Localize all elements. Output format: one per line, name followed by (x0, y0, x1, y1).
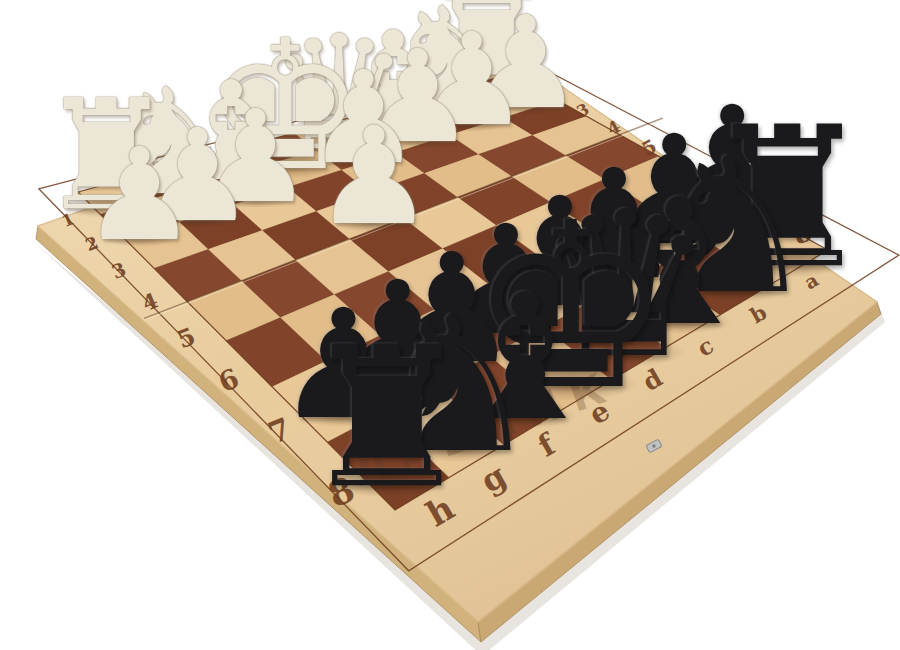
piece-white-pawn-h2[interactable]: ♟ (76, 131, 204, 259)
piece-black-rook-h8[interactable]: ♜ (290, 322, 484, 516)
chess-photo-scene: 123456782345678abcdefghabcdefgh ЛАВИНК ♜… (0, 0, 900, 650)
